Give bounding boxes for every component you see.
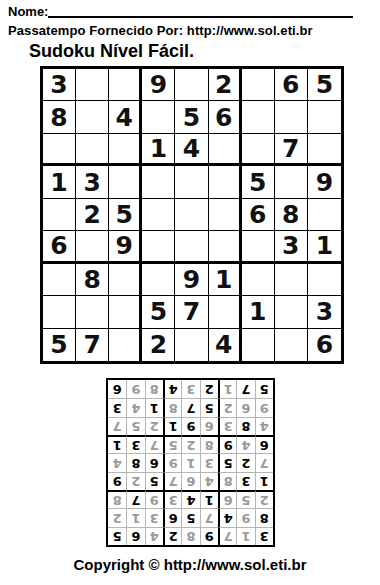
cell-r9c4: 2 (142, 329, 175, 361)
cell-r4c6 (209, 166, 242, 198)
solution-cell-r9c1: 5 (255, 380, 273, 398)
solution-cell-r5c8: 8 (126, 453, 144, 471)
cell-r1c4: 9 (142, 69, 175, 101)
solution-cell-r6c1: 6 (255, 435, 273, 453)
cell-r6c8: 3 (275, 231, 308, 263)
cell-r2c8 (275, 101, 308, 133)
cell-r8c3 (109, 296, 142, 328)
cell-r2c6: 6 (209, 101, 242, 133)
solution-cell-r4c8: 2 (126, 472, 144, 490)
cell-r8c5: 7 (175, 296, 208, 328)
solution-cell-r2c7: 3 (145, 508, 163, 526)
cell-r9c9: 6 (308, 329, 341, 361)
cell-r7c3 (109, 264, 142, 296)
cell-r5c6 (209, 199, 242, 231)
solution-cell-r4c3: 8 (218, 472, 236, 490)
solution-cell-r5c4: 3 (200, 453, 218, 471)
copyright-text: Copyright © http://www.sol.eti.br (0, 556, 380, 573)
cell-r5c4 (142, 199, 175, 231)
cell-r6c9: 1 (308, 231, 341, 263)
page-title: Sudoku Nível Fácil. (29, 41, 372, 62)
solution-cell-r2c8: 1 (126, 508, 144, 526)
cell-r5c3: 5 (109, 199, 142, 231)
cell-r1c8: 6 (275, 69, 308, 101)
solution-cell-r9c7: 8 (145, 380, 163, 398)
cell-r1c3 (109, 69, 142, 101)
cell-r4c8 (275, 166, 308, 198)
cell-r7c2: 8 (76, 264, 109, 296)
solution-cell-r1c7: 4 (145, 527, 163, 545)
solution-cell-r2c6: 6 (163, 508, 181, 526)
cell-r1c1: 3 (43, 69, 76, 101)
cell-r7c6: 1 (209, 264, 242, 296)
solution-cell-r6c8: 3 (126, 435, 144, 453)
cell-r4c4 (142, 166, 175, 198)
solution-cell-r6c7: 7 (145, 435, 163, 453)
solution-cell-r1c4: 9 (200, 527, 218, 545)
solution-cell-r7c2: 8 (236, 417, 254, 435)
cell-r4c2: 3 (76, 166, 109, 198)
sudoku-grid: 392658456147135925686931891571357246 (40, 66, 344, 364)
solution-cell-r8c3: 2 (218, 398, 236, 416)
cell-r2c3: 4 (109, 101, 142, 133)
cell-r9c5 (175, 329, 208, 361)
solution-cell-r2c3: 4 (218, 508, 236, 526)
cell-r1c9: 5 (308, 69, 341, 101)
cell-r3c2 (76, 134, 109, 166)
cell-r9c6: 4 (209, 329, 242, 361)
cell-r6c1: 6 (43, 231, 76, 263)
cell-r5c2: 2 (76, 199, 109, 231)
cell-r8c7: 1 (242, 296, 275, 328)
solution-cell-r6c3: 9 (218, 435, 236, 453)
solution-cell-r8c1: 9 (255, 398, 273, 416)
cell-r4c3 (109, 166, 142, 198)
solution-cell-r7c7: 2 (145, 417, 163, 435)
cell-r7c5: 9 (175, 264, 208, 296)
cell-r1c7 (242, 69, 275, 101)
cell-r2c7 (242, 101, 275, 133)
solution-cell-r8c9: 3 (108, 398, 126, 416)
cell-r7c1 (43, 264, 76, 296)
solution-cell-r5c6: 9 (163, 453, 181, 471)
cell-r4c7: 5 (242, 166, 275, 198)
solution-cell-r3c5: 4 (181, 490, 199, 508)
solution-cell-r7c3: 3 (218, 417, 236, 435)
cell-r1c5 (175, 69, 208, 101)
cell-r5c5 (175, 199, 208, 231)
cell-r6c5 (175, 231, 208, 263)
solution-cell-r4c5: 6 (181, 472, 199, 490)
cell-r2c1: 8 (43, 101, 76, 133)
cell-r1c2 (76, 69, 109, 101)
solution-cell-r3c7: 9 (145, 490, 163, 508)
solution-cell-r7c4: 6 (200, 417, 218, 435)
solution-cell-r3c3: 6 (218, 490, 236, 508)
cell-r3c5: 4 (175, 134, 208, 166)
solution-cell-r2c5: 5 (181, 508, 199, 526)
cell-r3c4: 1 (142, 134, 175, 166)
solution-cell-r9c3: 1 (218, 380, 236, 398)
cell-r4c5 (175, 166, 208, 198)
solution-cell-r5c2: 2 (236, 453, 254, 471)
solution-cell-r3c6: 3 (163, 490, 181, 508)
solution-cell-r7c8: 5 (126, 417, 144, 435)
cell-r9c1: 5 (43, 329, 76, 361)
solution-cell-r6c5: 2 (181, 435, 199, 453)
cell-r8c8 (275, 296, 308, 328)
cell-r3c9 (308, 134, 341, 166)
cell-r3c8: 7 (275, 134, 308, 166)
solution-cell-r7c9: 7 (108, 417, 126, 435)
solution-cell-r8c5: 7 (181, 398, 199, 416)
solution-cell-r4c9: 9 (108, 472, 126, 490)
cell-r8c4: 5 (142, 296, 175, 328)
solution-cell-r5c3: 5 (218, 453, 236, 471)
cell-r7c4 (142, 264, 175, 296)
solution-cell-r1c9: 5 (108, 527, 126, 545)
solution-cell-r9c9: 6 (108, 380, 126, 398)
solution-cell-r4c4: 4 (200, 472, 218, 490)
cell-r8c2 (76, 296, 109, 328)
cell-r6c7 (242, 231, 275, 263)
solution-cell-r9c5: 3 (181, 380, 199, 398)
solution-cell-r2c2: 9 (236, 508, 254, 526)
solution-cell-r6c4: 8 (200, 435, 218, 453)
solution-cell-r9c8: 9 (126, 380, 144, 398)
provided-by-text: Passatempo Fornecido Por: http://www.sol… (8, 23, 372, 38)
cell-r7c8 (275, 264, 308, 296)
solution-cell-r8c2: 6 (236, 398, 254, 416)
solution-cell-r9c2: 7 (236, 380, 254, 398)
solution-cell-r3c2: 5 (236, 490, 254, 508)
solution-cell-r9c4: 2 (200, 380, 218, 398)
solution-cell-r8c6: 8 (163, 398, 181, 416)
solution-cell-r7c5: 9 (181, 417, 199, 435)
cell-r5c1 (43, 199, 76, 231)
sudoku-solution-grid: 3179824658947563122561439781384675297253… (106, 378, 275, 547)
solution-cell-r4c6: 7 (163, 472, 181, 490)
cell-r9c2: 7 (76, 329, 109, 361)
solution-cell-r3c9: 8 (108, 490, 126, 508)
cell-r8c6 (209, 296, 242, 328)
solution-cell-r2c9: 2 (108, 508, 126, 526)
cell-r3c3 (109, 134, 142, 166)
solution-cell-r5c5: 1 (181, 453, 199, 471)
cell-r8c9: 3 (308, 296, 341, 328)
name-blank-line (48, 15, 353, 18)
name-row: Nome: (8, 4, 353, 19)
cell-r9c3 (109, 329, 142, 361)
solution-cell-r2c4: 7 (200, 508, 218, 526)
cell-r2c4 (142, 101, 175, 133)
solution-cell-r5c1: 7 (255, 453, 273, 471)
solution-cell-r2c1: 8 (255, 508, 273, 526)
solution-cell-r4c2: 3 (236, 472, 254, 490)
cell-r9c8 (275, 329, 308, 361)
solution-cell-r7c1: 4 (255, 417, 273, 435)
cell-r8c1 (43, 296, 76, 328)
solution-cell-r9c6: 4 (163, 380, 181, 398)
cell-r5c9 (308, 199, 341, 231)
solution-cell-r4c7: 5 (145, 472, 163, 490)
cell-r1c6: 2 (209, 69, 242, 101)
cell-r4c1: 1 (43, 166, 76, 198)
solution-cell-r4c1: 1 (255, 472, 273, 490)
solution-cell-r7c6: 1 (163, 417, 181, 435)
solution-cell-r3c1: 2 (255, 490, 273, 508)
solution-cell-r6c9: 1 (108, 435, 126, 453)
cell-r3c1 (43, 134, 76, 166)
solution-cell-r5c7: 6 (145, 453, 163, 471)
cell-r3c7 (242, 134, 275, 166)
cell-r7c9 (308, 264, 341, 296)
cell-r6c2 (76, 231, 109, 263)
solution-cell-r3c4: 1 (200, 490, 218, 508)
solution-cell-r3c8: 7 (126, 490, 144, 508)
cell-r7c7 (242, 264, 275, 296)
cell-r2c5: 5 (175, 101, 208, 133)
cell-r6c4 (142, 231, 175, 263)
cell-r6c6 (209, 231, 242, 263)
solution-cell-r8c8: 4 (126, 398, 144, 416)
page-header: Nome: Passatempo Fornecido Por: http://w… (8, 4, 372, 62)
solution-cell-r1c3: 7 (218, 527, 236, 545)
cell-r6c3: 9 (109, 231, 142, 263)
solution-cell-r1c6: 2 (163, 527, 181, 545)
solution-cell-r8c4: 5 (200, 398, 218, 416)
cell-r9c7 (242, 329, 275, 361)
solution-cell-r6c6: 5 (163, 435, 181, 453)
name-label: Nome: (8, 4, 48, 19)
cell-r2c9 (308, 101, 341, 133)
solution-cell-r1c5: 8 (181, 527, 199, 545)
cell-r2c2 (76, 101, 109, 133)
solution-cell-r1c1: 3 (255, 527, 273, 545)
cell-r5c7: 6 (242, 199, 275, 231)
solution-cell-r8c7: 1 (145, 398, 163, 416)
cell-r3c6 (209, 134, 242, 166)
solution-cell-r5c9: 4 (108, 453, 126, 471)
cell-r4c9: 9 (308, 166, 341, 198)
solution-cell-r1c2: 1 (236, 527, 254, 545)
solution-cell-r1c8: 6 (126, 527, 144, 545)
solution-cell-r6c2: 4 (236, 435, 254, 453)
cell-r5c8: 8 (275, 199, 308, 231)
